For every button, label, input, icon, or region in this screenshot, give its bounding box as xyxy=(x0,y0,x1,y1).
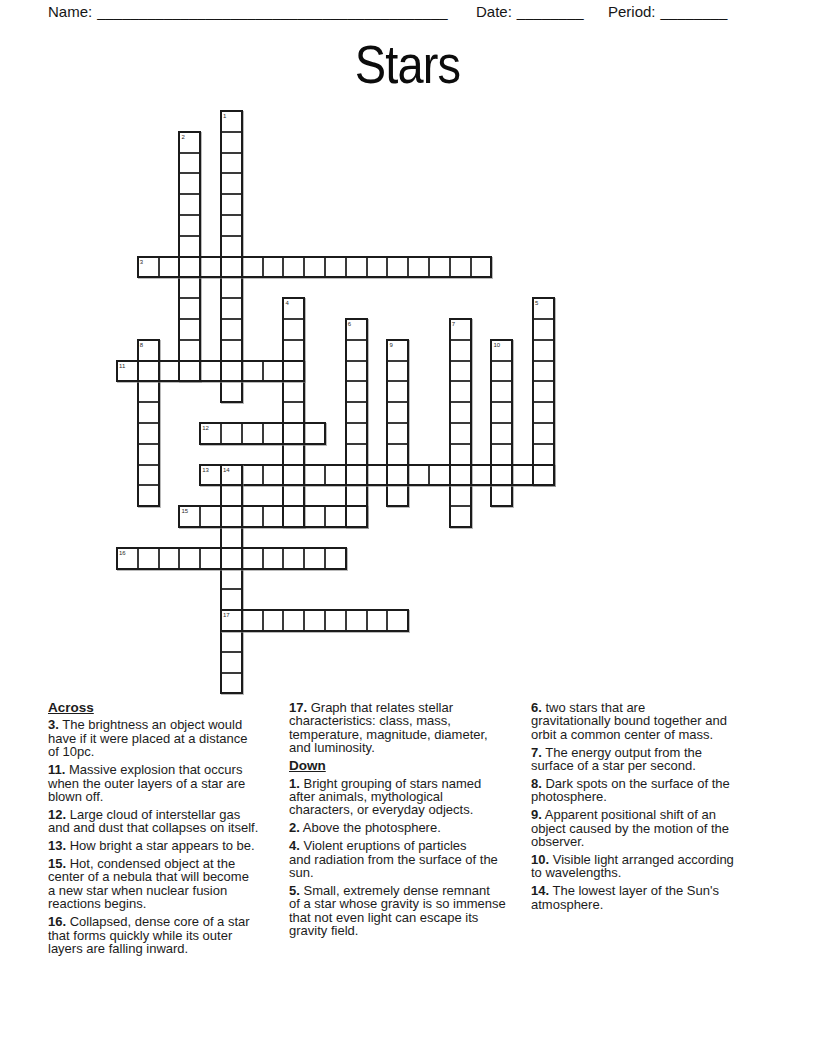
clue-16: 16. Collapsed, dense core of a star that… xyxy=(48,915,294,955)
cell-r15-c6[interactable] xyxy=(242,423,263,444)
clue-10-text: Visible light arranged according to wave… xyxy=(531,852,734,880)
cell-r12-c4[interactable] xyxy=(200,361,221,382)
clue-5-text: Small, extremely dense remnant of a star… xyxy=(289,883,506,938)
cell-r7-c2[interactable] xyxy=(159,257,180,278)
cell-r17-c4[interactable] xyxy=(200,465,221,486)
cell-r19-c5[interactable] xyxy=(221,506,242,527)
cell-r17-c10[interactable] xyxy=(325,465,346,486)
cell-r9-c8[interactable] xyxy=(283,298,304,319)
cell-r7-c4[interactable] xyxy=(200,257,221,278)
cell-r14-c13[interactable] xyxy=(387,402,408,423)
cell-r15-c7[interactable] xyxy=(263,423,284,444)
cell-r21-c7[interactable] xyxy=(263,548,284,569)
cell-r17-c17[interactable] xyxy=(471,465,492,486)
cell-r8-c5[interactable] xyxy=(221,277,242,298)
clue-12-text: Large cloud of interstellar gas and and … xyxy=(48,807,258,835)
cell-r8-c3[interactable] xyxy=(179,277,200,298)
clue-7-text: The energy output from the surface of a … xyxy=(531,745,702,773)
cell-r22-c5[interactable] xyxy=(221,569,242,590)
cell-r24-c8[interactable] xyxy=(283,610,304,631)
cell-r15-c16[interactable] xyxy=(450,423,471,444)
cell-r7-c7[interactable] xyxy=(263,257,284,278)
cell-r12-c8[interactable] xyxy=(283,361,304,382)
clue-11-text: Massive explosion that occurs when the o… xyxy=(48,762,245,804)
cell-r18-c16[interactable] xyxy=(450,485,471,506)
cell-r18-c13[interactable] xyxy=(387,485,408,506)
cell-r17-c14[interactable] xyxy=(408,465,429,486)
cell-r16-c13[interactable] xyxy=(387,444,408,465)
cell-r13-c18[interactable] xyxy=(491,381,512,402)
cell-r12-c20[interactable] xyxy=(533,361,554,382)
cell-r9-c3[interactable] xyxy=(179,298,200,319)
cell-r11-c16[interactable] xyxy=(450,340,471,361)
clue-6-text: two stars that are gravitationally bound… xyxy=(531,700,727,742)
cell-r1-c3[interactable] xyxy=(179,132,200,153)
cell-r18-c5[interactable] xyxy=(221,485,242,506)
cell-r19-c8[interactable] xyxy=(283,506,304,527)
cell-r13-c8[interactable] xyxy=(283,381,304,402)
cell-r10-c20[interactable] xyxy=(533,319,554,340)
cell-r17-c7[interactable] xyxy=(263,465,284,486)
cell-r17-c1[interactable] xyxy=(138,465,159,486)
cell-r14-c20[interactable] xyxy=(533,402,554,423)
cell-r24-c5[interactable] xyxy=(221,610,242,631)
cell-r15-c8[interactable] xyxy=(283,423,304,444)
cell-r24-c9[interactable] xyxy=(304,610,325,631)
cell-r23-c5[interactable] xyxy=(221,589,242,610)
cell-r17-c11[interactable] xyxy=(346,465,367,486)
clue-8-text: Dark spots on the surface of the photosp… xyxy=(531,776,730,804)
cell-r12-c0[interactable] xyxy=(117,361,138,382)
cell-r17-c19[interactable] xyxy=(512,465,533,486)
cell-r14-c8[interactable] xyxy=(283,402,304,423)
cell-r17-c16[interactable] xyxy=(450,465,471,486)
clue-11: 11. Massive explosion that occurs when t… xyxy=(48,763,294,803)
cell-r17-c18[interactable] xyxy=(491,465,512,486)
cell-r7-c9[interactable] xyxy=(304,257,325,278)
cell-r21-c8[interactable] xyxy=(283,548,304,569)
cell-r19-c6[interactable] xyxy=(242,506,263,527)
clue-5: 5. Small, extremely dense remnant of a s… xyxy=(289,884,535,938)
clue-2-text: Above the photosphere. xyxy=(300,820,441,835)
clue-15: 15. Hot, condensed object at the center … xyxy=(48,857,294,911)
clue-section-header-down: Down xyxy=(289,759,535,772)
cell-r7-c16[interactable] xyxy=(450,257,471,278)
cell-r24-c11[interactable] xyxy=(346,610,367,631)
cell-r14-c1[interactable] xyxy=(138,402,159,423)
cell-r21-c3[interactable] xyxy=(179,548,200,569)
cell-r19-c10[interactable] xyxy=(325,506,346,527)
cell-r11-c11[interactable] xyxy=(346,340,367,361)
cell-r19-c9[interactable] xyxy=(304,506,325,527)
cell-r21-c2[interactable] xyxy=(159,548,180,569)
clue-3: 3. The brightness an object would have i… xyxy=(48,718,294,758)
cell-r2-c3[interactable] xyxy=(179,153,200,174)
clue-4-text: Violent eruptions of particles and radia… xyxy=(289,838,498,880)
clue-7: 7. The energy output from the surface of… xyxy=(531,746,777,773)
cell-r15-c20[interactable] xyxy=(533,423,554,444)
cell-r17-c8[interactable] xyxy=(283,465,304,486)
cell-r12-c3[interactable] xyxy=(179,361,200,382)
cell-r16-c11[interactable] xyxy=(346,444,367,465)
cell-r7-c11[interactable] xyxy=(346,257,367,278)
cell-r13-c16[interactable] xyxy=(450,381,471,402)
clue-column-middle: 17. Graph that relates stellar character… xyxy=(289,701,535,942)
cell-r2-c5[interactable] xyxy=(221,153,242,174)
cell-r7-c6[interactable] xyxy=(242,257,263,278)
cell-r13-c11[interactable] xyxy=(346,381,367,402)
cell-r19-c7[interactable] xyxy=(263,506,284,527)
cell-r21-c6[interactable] xyxy=(242,548,263,569)
cell-r24-c12[interactable] xyxy=(367,610,388,631)
cell-r12-c7[interactable] xyxy=(263,361,284,382)
clue-17: 17. Graph that relates stellar character… xyxy=(289,701,535,755)
cell-r17-c15[interactable] xyxy=(429,465,450,486)
cell-r10-c11[interactable] xyxy=(346,319,367,340)
cell-r12-c2[interactable] xyxy=(159,361,180,382)
cell-r19-c11[interactable] xyxy=(346,506,367,527)
clue-15-text: Hot, condensed object at the center of a… xyxy=(48,856,249,911)
cell-r9-c20[interactable] xyxy=(533,298,554,319)
cell-r5-c3[interactable] xyxy=(179,215,200,236)
clue-2: 2. Above the photosphere. xyxy=(289,821,535,834)
cell-r7-c17[interactable] xyxy=(471,257,492,278)
clue-2-number: 2. xyxy=(289,820,300,835)
cell-r15-c1[interactable] xyxy=(138,423,159,444)
cell-r13-c1[interactable] xyxy=(138,381,159,402)
cell-r24-c7[interactable] xyxy=(263,610,284,631)
cell-r11-c1[interactable] xyxy=(138,340,159,361)
cell-r3-c5[interactable] xyxy=(221,173,242,194)
crossword-grid: 1234567891011121314151617 xyxy=(0,0,816,700)
cell-r14-c11[interactable] xyxy=(346,402,367,423)
cell-r7-c10[interactable] xyxy=(325,257,346,278)
clue-9-text: Apparent positional shift of an object c… xyxy=(531,807,729,849)
cell-r18-c8[interactable] xyxy=(283,485,304,506)
clue-10: 10. Visible light arranged according to … xyxy=(531,853,777,880)
cell-r12-c16[interactable] xyxy=(450,361,471,382)
cell-r15-c5[interactable] xyxy=(221,423,242,444)
cell-r11-c13[interactable] xyxy=(387,340,408,361)
cell-r12-c18[interactable] xyxy=(491,361,512,382)
clue-6: 6. two stars that are gravitationally bo… xyxy=(531,701,777,741)
cell-r21-c0[interactable] xyxy=(117,548,138,569)
cell-r11-c3[interactable] xyxy=(179,340,200,361)
cell-r17-c9[interactable] xyxy=(304,465,325,486)
cell-r10-c16[interactable] xyxy=(450,319,471,340)
cell-r21-c1[interactable] xyxy=(138,548,159,569)
cell-r7-c3[interactable] xyxy=(179,257,200,278)
cell-r7-c12[interactable] xyxy=(367,257,388,278)
cell-r10-c8[interactable] xyxy=(283,319,304,340)
cell-r0-c5[interactable] xyxy=(221,111,242,132)
cell-r27-c5[interactable] xyxy=(221,673,242,694)
cell-r24-c6[interactable] xyxy=(242,610,263,631)
cell-r12-c6[interactable] xyxy=(242,361,263,382)
cell-r16-c18[interactable] xyxy=(491,444,512,465)
cell-r19-c16[interactable] xyxy=(450,506,471,527)
cell-r12-c1[interactable] xyxy=(138,361,159,382)
cell-r7-c14[interactable] xyxy=(408,257,429,278)
clue-16-text: Collapsed, dense core of a star that for… xyxy=(48,914,250,956)
cell-r10-c5[interactable] xyxy=(221,319,242,340)
clue-13: 13. How bright a star appears to be. xyxy=(48,839,294,852)
cell-r20-c5[interactable] xyxy=(221,527,242,548)
cell-r17-c20[interactable] xyxy=(533,465,554,486)
cell-r7-c1[interactable] xyxy=(138,257,159,278)
cell-r19-c3[interactable] xyxy=(179,506,200,527)
cell-r24-c10[interactable] xyxy=(325,610,346,631)
cell-r15-c18[interactable] xyxy=(491,423,512,444)
clue-14-text: The lowest layer of the Sun's atmosphere… xyxy=(531,883,719,911)
cell-r15-c9[interactable] xyxy=(304,423,325,444)
clue-column-across: Across3. The brightness an object would … xyxy=(48,701,294,960)
clue-14: 14. The lowest layer of the Sun's atmosp… xyxy=(531,884,777,911)
cell-r11-c18[interactable] xyxy=(491,340,512,361)
clue-9: 9. Apparent positional shift of an objec… xyxy=(531,808,777,848)
clue-3-text: The brightness an object would have if i… xyxy=(48,717,247,759)
cell-r17-c6[interactable] xyxy=(242,465,263,486)
cell-r15-c4[interactable] xyxy=(200,423,221,444)
cell-r12-c5[interactable] xyxy=(221,361,242,382)
cell-r14-c16[interactable] xyxy=(450,402,471,423)
clue-13-number: 13. xyxy=(48,838,66,853)
cell-r12-c13[interactable] xyxy=(387,361,408,382)
cell-r17-c13[interactable] xyxy=(387,465,408,486)
cell-r21-c10[interactable] xyxy=(325,548,346,569)
clue-4: 4. Violent eruptions of particles and ra… xyxy=(289,839,535,879)
cell-r19-c4[interactable] xyxy=(200,506,221,527)
cell-r25-c5[interactable] xyxy=(221,631,242,652)
cell-r16-c16[interactable] xyxy=(450,444,471,465)
cell-r11-c8[interactable] xyxy=(283,340,304,361)
cell-r11-c20[interactable] xyxy=(533,340,554,361)
cell-r17-c12[interactable] xyxy=(367,465,388,486)
cell-r14-c18[interactable] xyxy=(491,402,512,423)
cell-r26-c5[interactable] xyxy=(221,652,242,673)
clue-8: 8. Dark spots on the surface of the phot… xyxy=(531,777,777,804)
cell-r7-c5[interactable] xyxy=(221,257,242,278)
cell-r1-c5[interactable] xyxy=(221,132,242,153)
cell-r15-c13[interactable] xyxy=(387,423,408,444)
cell-r16-c8[interactable] xyxy=(283,444,304,465)
cell-r6-c3[interactable] xyxy=(179,236,200,257)
cell-r9-c5[interactable] xyxy=(221,298,242,319)
cell-r21-c4[interactable] xyxy=(200,548,221,569)
cell-r18-c11[interactable] xyxy=(346,485,367,506)
clue-column-down: 6. two stars that are gravitationally bo… xyxy=(531,701,777,916)
cell-r4-c5[interactable] xyxy=(221,194,242,215)
clue-13-text: How bright a star appears to be. xyxy=(66,838,255,853)
cell-r21-c5[interactable] xyxy=(221,548,242,569)
cell-r12-c11[interactable] xyxy=(346,361,367,382)
cell-r7-c15[interactable] xyxy=(429,257,450,278)
cell-r11-c5[interactable] xyxy=(221,340,242,361)
clue-1-text: Bright grouping of stars named after ani… xyxy=(289,776,481,818)
cell-r7-c13[interactable] xyxy=(387,257,408,278)
cell-r13-c13[interactable] xyxy=(387,381,408,402)
clue-1: 1. Bright grouping of stars named after … xyxy=(289,777,535,817)
cell-r3-c3[interactable] xyxy=(179,173,200,194)
clue-12: 12. Large cloud of interstellar gas and … xyxy=(48,808,294,835)
clue-section-header-across: Across xyxy=(48,701,294,714)
cell-r17-c5[interactable] xyxy=(221,465,242,486)
cell-r7-c8[interactable] xyxy=(283,257,304,278)
cell-r5-c5[interactable] xyxy=(221,215,242,236)
cell-r24-c13[interactable] xyxy=(387,610,408,631)
cell-r18-c18[interactable] xyxy=(491,485,512,506)
cell-r16-c20[interactable] xyxy=(533,444,554,465)
cell-r16-c1[interactable] xyxy=(138,444,159,465)
clue-17-text: Graph that relates stellar characteristi… xyxy=(289,700,488,755)
cell-r15-c11[interactable] xyxy=(346,423,367,444)
cell-r18-c1[interactable] xyxy=(138,485,159,506)
worksheet-page: Name:___________________________________… xyxy=(0,0,816,1056)
cell-r13-c5[interactable] xyxy=(221,381,242,402)
cell-r13-c20[interactable] xyxy=(533,381,554,402)
cell-r6-c5[interactable] xyxy=(221,236,242,257)
cell-r10-c3[interactable] xyxy=(179,319,200,340)
cell-r21-c9[interactable] xyxy=(304,548,325,569)
cell-r4-c3[interactable] xyxy=(179,194,200,215)
